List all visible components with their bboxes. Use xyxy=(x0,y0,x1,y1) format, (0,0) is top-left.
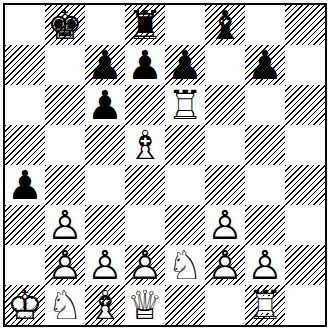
square-c3[interactable] xyxy=(85,205,125,245)
piece-black-bishop[interactable]: ♝ xyxy=(205,5,245,45)
square-g1[interactable]: ♜♖ xyxy=(245,285,285,325)
white-pawn-fill: ♟ xyxy=(45,205,85,245)
square-c2[interactable]: ♟♙ xyxy=(85,245,125,285)
square-c4[interactable] xyxy=(85,165,125,205)
piece-black-rook[interactable]: ♜ xyxy=(125,5,165,45)
square-b6[interactable] xyxy=(45,85,85,125)
square-b1[interactable]: ♞♘ xyxy=(45,285,85,325)
square-b4[interactable] xyxy=(45,165,85,205)
square-e3[interactable] xyxy=(165,205,205,245)
square-f1[interactable] xyxy=(205,285,245,325)
square-h5[interactable] xyxy=(285,125,325,165)
piece-white-pawn[interactable]: ♙ xyxy=(245,245,285,285)
white-pawn-fill: ♟ xyxy=(205,205,245,245)
white-pawn-fill: ♟ xyxy=(125,245,165,285)
square-c7[interactable]: ♟ xyxy=(85,45,125,85)
white-pawn-fill: ♟ xyxy=(45,245,85,285)
square-g6[interactable] xyxy=(245,85,285,125)
white-rook-fill: ♜ xyxy=(245,285,285,325)
piece-white-pawn[interactable]: ♙ xyxy=(205,205,245,245)
square-d1[interactable]: ♛♕ xyxy=(125,285,165,325)
piece-white-pawn[interactable]: ♙ xyxy=(125,245,165,285)
square-d8[interactable]: ♜ xyxy=(125,5,165,45)
square-f6[interactable] xyxy=(205,85,245,125)
square-g2[interactable]: ♟♙ xyxy=(245,245,285,285)
white-queen-fill: ♛ xyxy=(125,285,165,325)
piece-white-knight[interactable]: ♘ xyxy=(165,245,205,285)
square-b2[interactable]: ♟♙ xyxy=(45,245,85,285)
square-h8[interactable] xyxy=(285,5,325,45)
piece-black-pawn[interactable]: ♟ xyxy=(85,45,125,85)
square-d2[interactable]: ♟♙ xyxy=(125,245,165,285)
square-b3[interactable]: ♟♙ xyxy=(45,205,85,245)
square-e6[interactable]: ♜♖ xyxy=(165,85,205,125)
square-f4[interactable] xyxy=(205,165,245,205)
square-g7[interactable]: ♟ xyxy=(245,45,285,85)
white-king-fill: ♚ xyxy=(5,285,45,325)
square-h1[interactable] xyxy=(285,285,325,325)
piece-white-rook[interactable]: ♖ xyxy=(245,285,285,325)
square-g5[interactable] xyxy=(245,125,285,165)
piece-white-pawn[interactable]: ♙ xyxy=(45,245,85,285)
piece-black-pawn[interactable]: ♟ xyxy=(5,165,45,205)
square-g4[interactable] xyxy=(245,165,285,205)
square-d3[interactable] xyxy=(125,205,165,245)
white-bishop-fill: ♝ xyxy=(125,125,165,165)
piece-black-pawn[interactable]: ♟ xyxy=(125,45,165,85)
square-e2[interactable]: ♞♘ xyxy=(165,245,205,285)
piece-black-king[interactable]: ♚ xyxy=(45,5,85,45)
white-knight-fill: ♞ xyxy=(45,285,85,325)
piece-white-bishop[interactable]: ♗ xyxy=(85,285,125,325)
chess-board: ♚♜♝♟♟♟♟♟♜♖♝♗♟♟♙♟♙♟♙♟♙♟♙♞♘♟♙♟♙♚♔♞♘♝♗♛♕♜♖ xyxy=(5,5,325,325)
piece-white-pawn[interactable]: ♙ xyxy=(205,245,245,285)
piece-black-pawn[interactable]: ♟ xyxy=(85,85,125,125)
white-rook-fill: ♜ xyxy=(165,85,205,125)
square-e5[interactable] xyxy=(165,125,205,165)
white-pawn-fill: ♟ xyxy=(205,245,245,285)
square-e4[interactable] xyxy=(165,165,205,205)
square-d4[interactable] xyxy=(125,165,165,205)
square-f3[interactable]: ♟♙ xyxy=(205,205,245,245)
square-f8[interactable]: ♝ xyxy=(205,5,245,45)
white-pawn-fill: ♟ xyxy=(85,245,125,285)
square-a5[interactable] xyxy=(5,125,45,165)
square-h6[interactable] xyxy=(285,85,325,125)
piece-black-pawn[interactable]: ♟ xyxy=(245,45,285,85)
square-h2[interactable] xyxy=(285,245,325,285)
square-b5[interactable] xyxy=(45,125,85,165)
square-a1[interactable]: ♚♔ xyxy=(5,285,45,325)
square-c8[interactable] xyxy=(85,5,125,45)
square-g3[interactable] xyxy=(245,205,285,245)
square-a4[interactable]: ♟ xyxy=(5,165,45,205)
board-frame: ♚♜♝♟♟♟♟♟♜♖♝♗♟♟♙♟♙♟♙♟♙♟♙♞♘♟♙♟♙♚♔♞♘♝♗♛♕♜♖ xyxy=(3,3,327,327)
square-a7[interactable] xyxy=(5,45,45,85)
piece-white-pawn[interactable]: ♙ xyxy=(85,245,125,285)
white-knight-fill: ♞ xyxy=(165,245,205,285)
square-f5[interactable] xyxy=(205,125,245,165)
square-c5[interactable] xyxy=(85,125,125,165)
square-g8[interactable] xyxy=(245,5,285,45)
piece-black-pawn[interactable]: ♟ xyxy=(165,45,205,85)
piece-white-pawn[interactable]: ♙ xyxy=(45,205,85,245)
square-a2[interactable] xyxy=(5,245,45,285)
square-h4[interactable] xyxy=(285,165,325,205)
square-c6[interactable]: ♟ xyxy=(85,85,125,125)
square-c1[interactable]: ♝♗ xyxy=(85,285,125,325)
square-b8[interactable]: ♚ xyxy=(45,5,85,45)
piece-white-rook[interactable]: ♖ xyxy=(165,85,205,125)
square-d6[interactable] xyxy=(125,85,165,125)
square-h3[interactable] xyxy=(285,205,325,245)
square-f2[interactable]: ♟♙ xyxy=(205,245,245,285)
square-f7[interactable] xyxy=(205,45,245,85)
square-a8[interactable] xyxy=(5,5,45,45)
square-b7[interactable] xyxy=(45,45,85,85)
square-a3[interactable] xyxy=(5,205,45,245)
white-bishop-fill: ♝ xyxy=(85,285,125,325)
square-d5[interactable]: ♝♗ xyxy=(125,125,165,165)
square-d7[interactable]: ♟ xyxy=(125,45,165,85)
square-e8[interactable] xyxy=(165,5,205,45)
square-e7[interactable]: ♟ xyxy=(165,45,205,85)
square-a6[interactable] xyxy=(5,85,45,125)
white-pawn-fill: ♟ xyxy=(245,245,285,285)
square-e1[interactable] xyxy=(165,285,205,325)
piece-white-knight[interactable]: ♘ xyxy=(45,285,85,325)
piece-white-bishop[interactable]: ♗ xyxy=(125,125,165,165)
piece-white-queen[interactable]: ♕ xyxy=(125,285,165,325)
piece-white-king[interactable]: ♔ xyxy=(5,285,45,325)
square-h7[interactable] xyxy=(285,45,325,85)
